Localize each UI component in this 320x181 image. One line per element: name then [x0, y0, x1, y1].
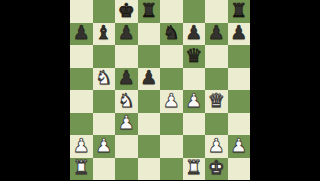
square-b1[interactable]: [93, 158, 116, 181]
square-f4[interactable]: ♟: [183, 90, 206, 113]
piece-white-pawn[interactable]: ♟: [95, 136, 112, 155]
square-g4[interactable]: ♛: [205, 90, 228, 113]
square-c7[interactable]: ♟: [115, 23, 138, 46]
piece-white-pawn[interactable]: ♟: [185, 91, 202, 110]
square-d2[interactable]: [138, 135, 161, 158]
square-a2[interactable]: ♟: [70, 135, 93, 158]
square-a4[interactable]: [70, 90, 93, 113]
square-c5[interactable]: ♟: [115, 68, 138, 91]
square-c8[interactable]: ♚: [115, 0, 138, 23]
square-g7[interactable]: ♟: [205, 23, 228, 46]
square-a7[interactable]: ♟: [70, 23, 93, 46]
square-h1[interactable]: [228, 158, 251, 181]
square-f6[interactable]: ♛: [183, 45, 206, 68]
chess-board: ♚♜♜♟♝♟♞♟♟♟♛♞♟♟♞♟♟♛♟♟♟♟♟♜♜♚: [70, 0, 250, 180]
square-f1[interactable]: ♜: [183, 158, 206, 181]
piece-black-pawn[interactable]: ♟: [118, 23, 135, 42]
square-h6[interactable]: [228, 45, 251, 68]
square-g5[interactable]: [205, 68, 228, 91]
square-d8[interactable]: ♜: [138, 0, 161, 23]
piece-white-queen[interactable]: ♛: [208, 91, 225, 110]
square-d3[interactable]: [138, 113, 161, 136]
square-c6[interactable]: [115, 45, 138, 68]
square-e4[interactable]: ♟: [160, 90, 183, 113]
square-h2[interactable]: ♟: [228, 135, 251, 158]
square-b7[interactable]: ♝: [93, 23, 116, 46]
square-f3[interactable]: [183, 113, 206, 136]
square-d5[interactable]: ♟: [138, 68, 161, 91]
square-h8[interactable]: ♜: [228, 0, 251, 23]
square-e7[interactable]: ♞: [160, 23, 183, 46]
square-d7[interactable]: [138, 23, 161, 46]
square-g8[interactable]: [205, 0, 228, 23]
piece-white-pawn[interactable]: ♟: [230, 136, 247, 155]
square-b6[interactable]: [93, 45, 116, 68]
piece-white-rook[interactable]: ♜: [185, 158, 202, 177]
square-f2[interactable]: [183, 135, 206, 158]
square-a1[interactable]: ♜: [70, 158, 93, 181]
square-g3[interactable]: [205, 113, 228, 136]
piece-black-pawn[interactable]: ♟: [185, 23, 202, 42]
square-e6[interactable]: [160, 45, 183, 68]
screen-background: ♚♜♜♟♝♟♞♟♟♟♛♞♟♟♞♟♟♛♟♟♟♟♟♜♜♚: [0, 0, 320, 180]
square-g2[interactable]: ♟: [205, 135, 228, 158]
piece-white-knight[interactable]: ♞: [95, 68, 112, 87]
piece-black-pawn[interactable]: ♟: [118, 68, 135, 87]
piece-black-king[interactable]: ♚: [118, 1, 135, 20]
square-e5[interactable]: [160, 68, 183, 91]
square-e3[interactable]: [160, 113, 183, 136]
square-c2[interactable]: [115, 135, 138, 158]
square-g1[interactable]: ♚: [205, 158, 228, 181]
piece-black-pawn[interactable]: ♟: [208, 23, 225, 42]
square-e2[interactable]: [160, 135, 183, 158]
square-h4[interactable]: [228, 90, 251, 113]
square-d1[interactable]: [138, 158, 161, 181]
square-b8[interactable]: [93, 0, 116, 23]
square-a6[interactable]: [70, 45, 93, 68]
square-c3[interactable]: ♟: [115, 113, 138, 136]
square-d6[interactable]: [138, 45, 161, 68]
square-h3[interactable]: [228, 113, 251, 136]
piece-white-rook[interactable]: ♜: [73, 158, 90, 177]
square-f7[interactable]: ♟: [183, 23, 206, 46]
square-c4[interactable]: ♞: [115, 90, 138, 113]
square-a5[interactable]: [70, 68, 93, 91]
piece-white-pawn[interactable]: ♟: [163, 91, 180, 110]
piece-black-pawn[interactable]: ♟: [230, 23, 247, 42]
piece-black-pawn[interactable]: ♟: [73, 23, 90, 42]
piece-white-pawn[interactable]: ♟: [118, 113, 135, 132]
square-b5[interactable]: ♞: [93, 68, 116, 91]
piece-black-knight[interactable]: ♞: [163, 23, 180, 42]
square-e8[interactable]: [160, 0, 183, 23]
piece-black-rook[interactable]: ♜: [230, 1, 247, 20]
square-b2[interactable]: ♟: [93, 135, 116, 158]
square-b3[interactable]: [93, 113, 116, 136]
piece-white-knight[interactable]: ♞: [118, 91, 135, 110]
piece-white-pawn[interactable]: ♟: [73, 136, 90, 155]
piece-white-pawn[interactable]: ♟: [208, 136, 225, 155]
square-d4[interactable]: [138, 90, 161, 113]
square-f5[interactable]: [183, 68, 206, 91]
square-g6[interactable]: [205, 45, 228, 68]
piece-black-queen[interactable]: ♛: [185, 46, 202, 65]
square-h5[interactable]: [228, 68, 251, 91]
piece-black-rook[interactable]: ♜: [140, 1, 157, 20]
piece-white-king[interactable]: ♚: [208, 158, 225, 177]
square-e1[interactable]: [160, 158, 183, 181]
piece-black-pawn[interactable]: ♟: [140, 68, 157, 87]
square-h7[interactable]: ♟: [228, 23, 251, 46]
square-f8[interactable]: [183, 0, 206, 23]
square-c1[interactable]: [115, 158, 138, 181]
piece-black-bishop[interactable]: ♝: [95, 23, 112, 42]
square-a3[interactable]: [70, 113, 93, 136]
square-a8[interactable]: [70, 0, 93, 23]
square-b4[interactable]: [93, 90, 116, 113]
